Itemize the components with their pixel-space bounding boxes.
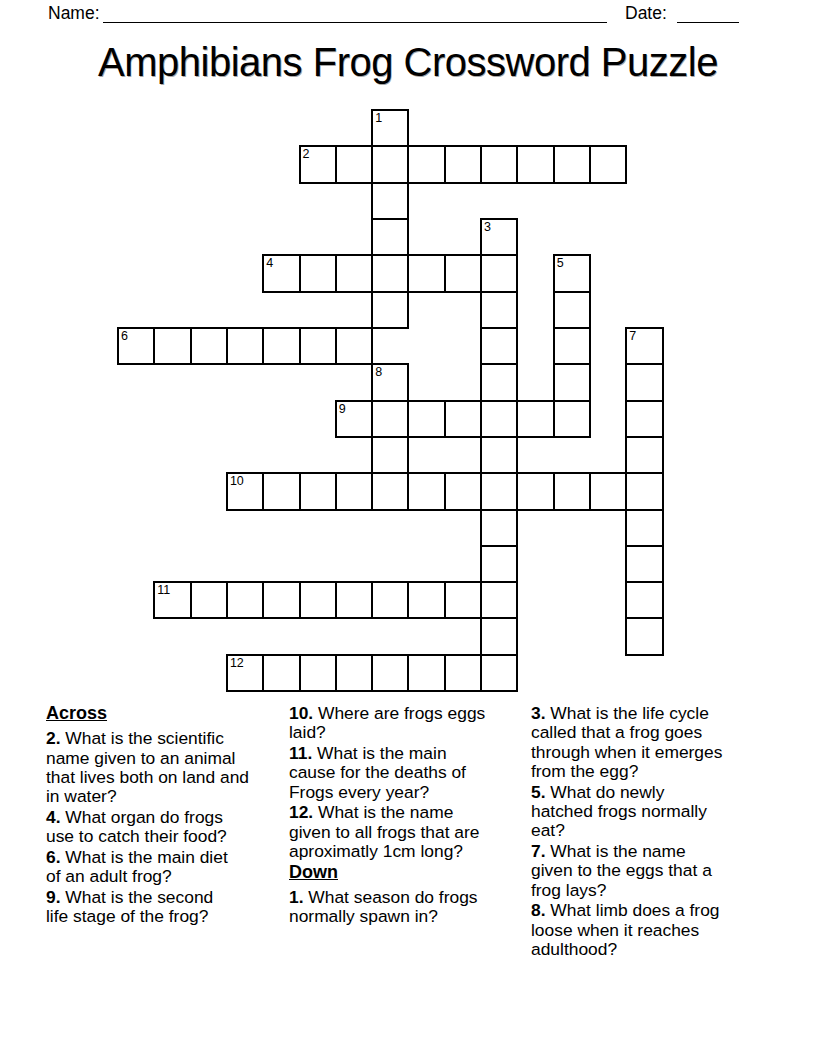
- grid-cell-r15c5[interactable]: [299, 654, 337, 692]
- grid-cell-r10c4[interactable]: [262, 472, 300, 510]
- grid-cell-r13c9[interactable]: [444, 581, 482, 619]
- clue-line: 11. What is the main: [289, 744, 485, 763]
- clue-number: 4.: [46, 807, 61, 827]
- grid-cell-r7c12[interactable]: [553, 363, 591, 401]
- grid-cell-r13c7[interactable]: [371, 581, 409, 619]
- clue-line: 2. What is the scientific: [46, 729, 249, 748]
- cell-number-6: 6: [121, 330, 128, 343]
- grid-cell-r6c6[interactable]: [335, 327, 373, 365]
- clue-2: 2. What is the scientificname given to a…: [46, 729, 249, 806]
- cell-number-8: 8: [375, 366, 382, 379]
- clue-number: 6.: [46, 847, 61, 867]
- clue-number: 5.: [531, 782, 546, 802]
- clue-line: through when it emerges: [531, 743, 722, 762]
- clue-10: 10. Where are frogs eggslaid?: [289, 704, 485, 743]
- clue-line: adulthood?: [531, 940, 722, 959]
- grid-cell-r8c10[interactable]: [480, 400, 518, 438]
- clue-6: 6. What is the main dietof an adult frog…: [46, 848, 249, 887]
- clue-3: 3. What is the life cyclecalled that a f…: [531, 704, 722, 781]
- grid-cell-r4c5[interactable]: [299, 254, 337, 292]
- grid-cell-r5c7[interactable]: [371, 291, 409, 329]
- clue-12: 12. What is the namegiven to all frogs t…: [289, 803, 485, 861]
- grid-cell-r9c7[interactable]: [371, 436, 409, 474]
- grid-cell-r6c3[interactable]: [226, 327, 264, 365]
- clue-line: from the egg?: [531, 762, 722, 781]
- grid-cell-r8c7[interactable]: [371, 400, 409, 438]
- clue-7: 7. What is the namegiven to the eggs tha…: [531, 842, 722, 900]
- crossword-grid: 123456789101112: [118, 110, 664, 692]
- grid-cell-r9c14[interactable]: [625, 436, 663, 474]
- clue-number: 2.: [46, 728, 61, 748]
- grid-cell-r8c14[interactable]: [625, 400, 663, 438]
- date-fill-line[interactable]: [677, 4, 739, 23]
- cell-number-2: 2: [303, 148, 310, 161]
- grid-cell-r6c1[interactable]: [153, 327, 191, 365]
- grid-cell-r6c10[interactable]: [480, 327, 518, 365]
- clue-line: 10. Where are frogs eggs: [289, 704, 485, 723]
- clue-number: 8.: [531, 900, 546, 920]
- clue-number: 1.: [289, 887, 304, 907]
- clue-number: 3.: [531, 703, 546, 723]
- cell-number-11: 11: [157, 584, 170, 597]
- clue-line: given to all frogs that are: [289, 823, 485, 842]
- grid-cell-r6c4[interactable]: [262, 327, 300, 365]
- grid-cell-r15c9[interactable]: [444, 654, 482, 692]
- grid-cell-r13c10[interactable]: [480, 581, 518, 619]
- cell-number-5: 5: [557, 257, 564, 270]
- clue-number: 9.: [46, 887, 61, 907]
- grid-cell-r13c2[interactable]: [190, 581, 228, 619]
- clue-line: that lives both on land and: [46, 768, 249, 787]
- clue-header-across: Across: [46, 704, 249, 723]
- grid-cell-r6c12[interactable]: [553, 327, 591, 365]
- clue-line: aproximatly 1cm long?: [289, 842, 485, 861]
- grid-cell-r15c7[interactable]: [371, 654, 409, 692]
- clue-line: 12. What is the name: [289, 803, 485, 822]
- grid-cell-r1c11[interactable]: [516, 145, 554, 183]
- cell-number-7: 7: [629, 330, 636, 343]
- cell-number-4: 4: [266, 257, 273, 270]
- grid-cell-r3c7[interactable]: [371, 218, 409, 256]
- clue-line: use to catch their food?: [46, 827, 249, 846]
- grid-cell-r8c11[interactable]: [516, 400, 554, 438]
- grid-cell-r1c12[interactable]: [553, 145, 591, 183]
- grid-cell-r12c10[interactable]: [480, 545, 518, 583]
- grid-cell-r13c14[interactable]: [625, 581, 663, 619]
- grid-cell-r15c8[interactable]: [407, 654, 445, 692]
- clue-1: 1. What season do frogsnormally spawn in…: [289, 888, 485, 927]
- clue-line: in water?: [46, 787, 249, 806]
- grid-cell-r10c7[interactable]: [371, 472, 409, 510]
- grid-cell-r14c14[interactable]: [625, 617, 663, 655]
- grid-cell-r13c4[interactable]: [262, 581, 300, 619]
- grid-cell-r13c8[interactable]: [407, 581, 445, 619]
- clue-line: loose when it reaches: [531, 921, 722, 940]
- grid-cell-r4c7[interactable]: [371, 254, 409, 292]
- name-label: Name:: [48, 4, 100, 22]
- name-fill-line[interactable]: [103, 4, 607, 23]
- grid-cell-r4c10[interactable]: [480, 254, 518, 292]
- clue-column-2: 10. Where are frogs eggslaid?11. What is…: [289, 701, 485, 928]
- cell-number-3: 3: [484, 221, 491, 234]
- cell-number-10: 10: [230, 475, 244, 488]
- clue-column-3: 3. What is the life cyclecalled that a f…: [531, 701, 722, 961]
- clue-line: called that a frog goes: [531, 723, 722, 742]
- clue-line: 4. What organ do frogs: [46, 808, 249, 827]
- grid-cell-r1c8[interactable]: [407, 145, 445, 183]
- grid-cell-r10c10[interactable]: [480, 472, 518, 510]
- puzzle-title: Amphibians Frog Crossword Puzzle: [0, 40, 816, 84]
- clue-line: eat?: [531, 821, 722, 840]
- clue-line: 9. What is the second: [46, 888, 249, 907]
- grid-cell-r10c5[interactable]: [299, 472, 337, 510]
- clue-line: 1. What season do frogs: [289, 888, 485, 907]
- worksheet-page: Name: Date: Amphibians Frog Crossword Pu…: [0, 0, 816, 1056]
- grid-cell-r15c6[interactable]: [335, 654, 373, 692]
- grid-cell-r4c6[interactable]: [335, 254, 373, 292]
- grid-cell-r6c5[interactable]: [299, 327, 337, 365]
- clue-line: cause for the deaths of: [289, 763, 485, 782]
- clue-8: 8. What limb does a frogloose when it re…: [531, 901, 722, 959]
- clue-5: 5. What do newlyhatched frogs normallyea…: [531, 783, 722, 841]
- grid-cell-r12c14[interactable]: [625, 545, 663, 583]
- grid-cell-r1c9[interactable]: [444, 145, 482, 183]
- clue-line: name given to an animal: [46, 749, 249, 768]
- grid-cell-r14c10[interactable]: [480, 617, 518, 655]
- clue-line: life stage of the frog?: [46, 907, 249, 926]
- clue-number: 12.: [289, 802, 313, 822]
- clue-line: 7. What is the name: [531, 842, 722, 861]
- grid-cell-r7c10[interactable]: [480, 363, 518, 401]
- grid-cell-r1c7[interactable]: [371, 145, 409, 183]
- grid-cell-r1c13[interactable]: [589, 145, 627, 183]
- clue-line: 6. What is the main diet: [46, 848, 249, 867]
- clue-header-down: Down: [289, 863, 485, 882]
- grid-cell-r6c2[interactable]: [190, 327, 228, 365]
- grid-cell-r4c8[interactable]: [407, 254, 445, 292]
- clue-line: 8. What limb does a frog: [531, 901, 722, 920]
- clue-number: 7.: [531, 841, 546, 861]
- clue-line: 3. What is the life cycle: [531, 704, 722, 723]
- grid-cell-r15c10[interactable]: [480, 654, 518, 692]
- grid-cell-r10c8[interactable]: [407, 472, 445, 510]
- grid-cell-r1c10[interactable]: [480, 145, 518, 183]
- clue-line: frog lays?: [531, 881, 722, 900]
- clue-line: 5. What do newly: [531, 783, 722, 802]
- cell-number-12: 12: [230, 657, 244, 670]
- grid-cell-r11c10[interactable]: [480, 509, 518, 547]
- clue-line: hatched frogs normally: [531, 802, 722, 821]
- cell-number-1: 1: [375, 112, 382, 125]
- grid-cell-r1c6[interactable]: [335, 145, 373, 183]
- clue-line: laid?: [289, 723, 485, 742]
- grid-cell-r15c4[interactable]: [262, 654, 300, 692]
- grid-cell-r8c9[interactable]: [444, 400, 482, 438]
- grid-cell-r10c11[interactable]: [516, 472, 554, 510]
- grid-cell-r8c12[interactable]: [553, 400, 591, 438]
- clue-4: 4. What organ do frogsuse to catch their…: [46, 808, 249, 847]
- clue-line: given to the eggs that a: [531, 861, 722, 880]
- grid-cell-r7c14[interactable]: [625, 363, 663, 401]
- grid-cell-r10c14[interactable]: [625, 472, 663, 510]
- grid-cell-r10c13[interactable]: [589, 472, 627, 510]
- grid-cell-r13c6[interactable]: [335, 581, 373, 619]
- grid-cell-r13c5[interactable]: [299, 581, 337, 619]
- clue-line: of an adult frog?: [46, 867, 249, 886]
- grid-cell-r4c9[interactable]: [444, 254, 482, 292]
- clue-column-1: Across2. What is the scientificname give…: [46, 701, 249, 928]
- grid-cell-r13c3[interactable]: [226, 581, 264, 619]
- grid-cell-r10c6[interactable]: [335, 472, 373, 510]
- clue-line: Frogs every year?: [289, 783, 485, 802]
- grid-cell-r5c12[interactable]: [553, 291, 591, 329]
- cell-number-9: 9: [339, 403, 346, 416]
- clue-line: normally spawn in?: [289, 907, 485, 926]
- grid-cell-r11c14[interactable]: [625, 509, 663, 547]
- clue-9: 9. What is the secondlife stage of the f…: [46, 888, 249, 927]
- clue-11: 11. What is the maincause for the deaths…: [289, 744, 485, 802]
- clue-number: 11.: [289, 743, 312, 763]
- date-label: Date:: [625, 4, 667, 22]
- grid-cell-r10c9[interactable]: [444, 472, 482, 510]
- grid-cell-r5c10[interactable]: [480, 291, 518, 329]
- grid-cell-r10c12[interactable]: [553, 472, 591, 510]
- grid-cell-r9c10[interactable]: [480, 436, 518, 474]
- grid-cell-r2c7[interactable]: [371, 182, 409, 220]
- grid-cell-r8c8[interactable]: [407, 400, 445, 438]
- clue-number: 10.: [289, 703, 313, 723]
